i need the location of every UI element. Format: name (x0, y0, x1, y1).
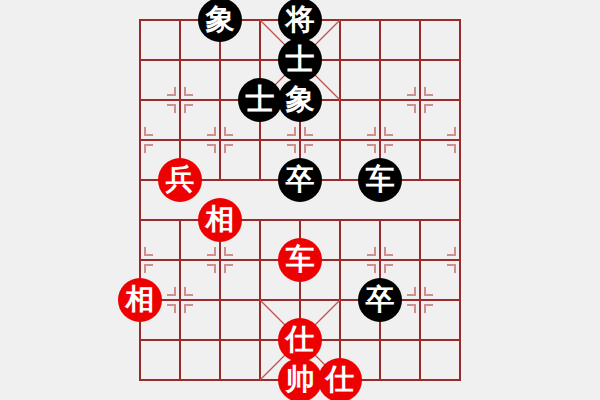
pieces-layer: 象将士士象兵卒车相车相卒仕帅仕 (120, 0, 480, 400)
piece-red-advisor[interactable]: 仕 (318, 358, 362, 400)
piece-black-soldier[interactable]: 卒 (358, 278, 402, 322)
piece-black-soldier[interactable]: 卒 (278, 158, 322, 202)
piece-black-general[interactable]: 将 (278, 0, 322, 42)
xiangqi-app-canvas: 象将士士象兵卒车相车相卒仕帅仕 (0, 0, 600, 400)
piece-black-elephant[interactable]: 象 (278, 78, 322, 122)
piece-red-general[interactable]: 帅 (278, 358, 322, 400)
piece-black-advisor[interactable]: 士 (278, 38, 322, 82)
piece-red-elephant[interactable]: 相 (198, 198, 242, 242)
piece-red-soldier[interactable]: 兵 (158, 158, 202, 202)
piece-red-chariot[interactable]: 车 (278, 238, 322, 282)
piece-black-elephant[interactable]: 象 (198, 0, 242, 42)
piece-black-advisor[interactable]: 士 (238, 78, 282, 122)
piece-red-advisor[interactable]: 仕 (278, 318, 322, 362)
piece-black-chariot[interactable]: 车 (358, 158, 402, 202)
piece-red-elephant[interactable]: 相 (118, 278, 162, 322)
board[interactable]: 象将士士象兵卒车相车相卒仕帅仕 (120, 0, 480, 400)
